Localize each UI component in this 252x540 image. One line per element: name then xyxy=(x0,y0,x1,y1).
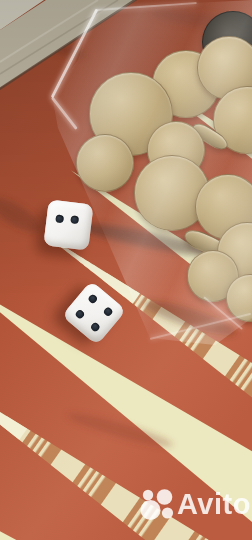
die-pip xyxy=(55,214,64,223)
die-pip xyxy=(90,321,101,332)
avito-logo-icon xyxy=(140,486,174,522)
listing-photo: Avito xyxy=(0,0,252,540)
die-pip xyxy=(70,215,79,224)
die-showing-2 xyxy=(43,199,93,250)
die-pip xyxy=(87,294,98,305)
avito-watermark-text: Avito xyxy=(177,490,251,519)
avito-watermark: Avito xyxy=(140,486,251,522)
die-pip xyxy=(102,306,113,317)
die-pip xyxy=(75,309,86,320)
